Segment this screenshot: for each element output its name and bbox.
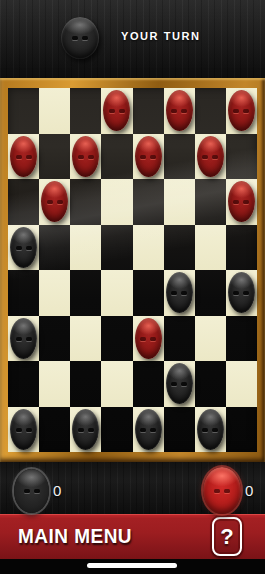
piece-ridges [10,155,37,159]
piece-ridges [61,36,99,40]
board-grid [8,88,257,452]
red-piece[interactable] [135,318,162,359]
square-r0c3[interactable] [101,88,132,134]
square-r6c1[interactable] [39,361,70,407]
piece-ridge-mark [26,337,32,341]
piece-ridges [166,109,193,113]
square-r3c2[interactable] [70,225,101,271]
piece-ridge-mark [26,428,32,432]
square-r7c2[interactable] [70,407,101,453]
red-piece[interactable] [10,136,37,177]
red-piece[interactable] [228,181,255,222]
square-r4c0[interactable] [8,270,39,316]
main-menu-label: MAIN MENU [18,525,132,548]
piece-ridges [10,337,37,341]
red-piece[interactable] [41,181,68,222]
checkers-app: YOUR TURN 0 0 MAIN MENU ? [0,0,265,574]
piece-ridges [197,428,224,432]
square-r0c5[interactable] [164,88,195,134]
piece-ridge-mark [150,155,156,159]
black-piece[interactable] [166,272,193,313]
piece-ridges [10,428,37,432]
red-checker-icon [203,467,241,514]
black-checker-icon [14,469,49,513]
piece-ridges [228,291,255,295]
piece-ridge-mark [181,109,187,113]
square-r1c3[interactable] [101,134,132,180]
red-piece[interactable] [166,90,193,131]
piece-ridges [135,428,162,432]
square-r3c4[interactable] [133,225,164,271]
square-r1c2[interactable] [70,134,101,180]
square-r6c5[interactable] [164,361,195,407]
piece-ridges [72,155,99,159]
square-r0c7[interactable] [226,88,257,134]
square-r6c4[interactable] [133,361,164,407]
square-r1c5[interactable] [164,134,195,180]
square-r5c5[interactable] [164,316,195,362]
square-r2c1[interactable] [39,179,70,225]
square-r0c4[interactable] [133,88,164,134]
piece-ridge-mark [78,428,84,432]
piece-ridge-mark [140,337,146,341]
piece-ridges [103,109,130,113]
piece-ridge-mark [181,291,187,295]
square-r0c2[interactable] [70,88,101,134]
square-r6c2[interactable] [70,361,101,407]
piece-ridge-mark [243,291,249,295]
square-r7c0[interactable] [8,407,39,453]
square-r3c7[interactable] [226,225,257,271]
square-r3c1[interactable] [39,225,70,271]
square-r5c3[interactable] [101,316,132,362]
square-r5c6[interactable] [195,316,226,362]
board-frame [0,78,265,462]
piece-ridge-mark [233,109,239,113]
piece-ridge-mark [171,291,177,295]
square-r1c7[interactable] [226,134,257,180]
square-r6c3[interactable] [101,361,132,407]
piece-ridges [228,109,255,113]
square-r7c3[interactable] [101,407,132,453]
red-piece[interactable] [197,136,224,177]
square-r0c0[interactable] [8,88,39,134]
piece-ridges [135,155,162,159]
square-r7c1[interactable] [39,407,70,453]
square-r2c2[interactable] [70,179,101,225]
square-r4c7[interactable] [226,270,257,316]
square-r4c4[interactable] [133,270,164,316]
square-r1c1[interactable] [39,134,70,180]
square-r4c6[interactable] [195,270,226,316]
piece-ridges [203,489,241,493]
piece-ridge-mark [224,489,230,493]
square-r5c4[interactable] [133,316,164,362]
red-piece[interactable] [135,136,162,177]
piece-ridge-mark [16,337,22,341]
square-r2c5[interactable] [164,179,195,225]
black-piece[interactable] [197,409,224,450]
black-piece[interactable] [72,409,99,450]
square-r2c0[interactable] [8,179,39,225]
piece-ridge-mark [233,200,239,204]
piece-ridge-mark [34,489,40,493]
piece-ridges [197,155,224,159]
square-r1c6[interactable] [195,134,226,180]
piece-ridge-mark [212,155,218,159]
piece-ridge-mark [24,489,30,493]
piece-ridge-mark [88,155,94,159]
piece-ridges [228,200,255,204]
square-r3c5[interactable] [164,225,195,271]
piece-ridge-mark [150,337,156,341]
home-indicator [87,563,177,568]
piece-ridge-mark [16,155,22,159]
square-r6c0[interactable] [8,361,39,407]
black-piece[interactable] [228,272,255,313]
red-piece[interactable] [72,136,99,177]
piece-ridge-mark [26,246,32,250]
score-row: 0 0 [0,462,265,514]
piece-ridge-mark [16,246,22,250]
square-r1c0[interactable] [8,134,39,180]
piece-ridges [166,291,193,295]
piece-ridge-mark [47,200,53,204]
piece-ridge-mark [109,109,115,113]
square-r4c3[interactable] [101,270,132,316]
square-r3c3[interactable] [101,225,132,271]
square-r0c6[interactable] [195,88,226,134]
piece-ridge-mark [119,109,125,113]
square-r7c6[interactable] [195,407,226,453]
black-piece[interactable] [166,363,193,404]
red-piece [203,467,241,514]
piece-ridge-mark [82,36,88,40]
piece-ridge-mark [88,428,94,432]
black-piece[interactable] [10,318,37,359]
piece-ridge-mark [181,382,187,386]
board [8,88,257,452]
square-r7c4[interactable] [133,407,164,453]
piece-ridge-mark [26,155,32,159]
square-r2c3[interactable] [101,179,132,225]
piece-ridges [135,337,162,341]
help-button[interactable]: ? [212,517,242,556]
piece-ridges [41,200,68,204]
piece-ridge-mark [202,428,208,432]
red-piece[interactable] [228,90,255,131]
piece-ridges [14,489,49,493]
black-piece [14,469,49,513]
red-score-value: 0 [245,482,253,499]
piece-ridge-mark [150,428,156,432]
square-r4c5[interactable] [164,270,195,316]
black-piece[interactable] [135,409,162,450]
piece-ridges [166,382,193,386]
piece-ridge-mark [78,155,84,159]
square-r3c6[interactable] [195,225,226,271]
black-piece [61,17,99,59]
square-r7c5[interactable] [164,407,195,453]
piece-ridges [10,246,37,250]
piece-ridges [72,428,99,432]
main-menu-button[interactable]: MAIN MENU [18,514,138,559]
square-r0c1[interactable] [39,88,70,134]
turn-header: YOUR TURN [0,0,265,78]
square-r2c7[interactable] [226,179,257,225]
piece-ridge-mark [171,109,177,113]
square-r5c7[interactable] [226,316,257,362]
piece-ridge-mark [72,36,78,40]
piece-ridge-mark [243,200,249,204]
black-score-value: 0 [53,482,61,499]
piece-ridge-mark [57,200,63,204]
question-mark-icon: ? [220,526,233,548]
square-r2c4[interactable] [133,179,164,225]
square-r5c0[interactable] [8,316,39,362]
square-r7c7[interactable] [226,407,257,453]
piece-ridge-mark [212,428,218,432]
piece-ridge-mark [16,428,22,432]
piece-ridge-mark [243,109,249,113]
square-r5c2[interactable] [70,316,101,362]
square-r3c0[interactable] [8,225,39,271]
piece-ridge-mark [214,489,220,493]
piece-ridge-mark [140,155,146,159]
square-r5c1[interactable] [39,316,70,362]
black-piece[interactable] [10,409,37,450]
red-piece[interactable] [103,90,130,131]
piece-ridge-mark [202,155,208,159]
turn-status-text: YOUR TURN [121,30,200,42]
black-piece[interactable] [10,227,37,268]
square-r4c1[interactable] [39,270,70,316]
turn-indicator-checker-icon [61,17,99,59]
square-r6c6[interactable] [195,361,226,407]
bottom-strip [0,559,265,574]
piece-ridge-mark [233,291,239,295]
square-r6c7[interactable] [226,361,257,407]
piece-ridge-mark [171,382,177,386]
square-r1c4[interactable] [133,134,164,180]
menu-bar: MAIN MENU ? [0,514,265,559]
square-r4c2[interactable] [70,270,101,316]
piece-ridge-mark [140,428,146,432]
square-r2c6[interactable] [195,179,226,225]
